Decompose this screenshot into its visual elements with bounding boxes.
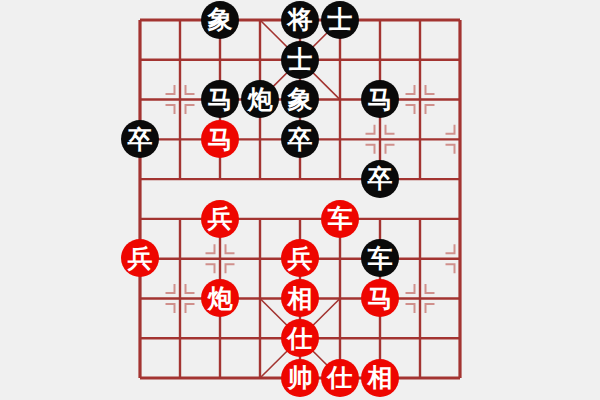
piece-red-advisor[interactable]: 仕 xyxy=(281,319,319,357)
piece-red-general[interactable]: 帅 xyxy=(281,359,319,397)
piece-black-elephant[interactable]: 象 xyxy=(201,1,239,39)
piece-black-horse[interactable]: 马 xyxy=(201,80,239,118)
piece-black-elephant[interactable]: 象 xyxy=(281,80,319,118)
piece-red-chariot[interactable]: 车 xyxy=(321,200,359,238)
piece-black-horse[interactable]: 马 xyxy=(361,80,399,118)
piece-red-advisor[interactable]: 仕 xyxy=(321,359,359,397)
piece-black-advisor[interactable]: 士 xyxy=(281,41,319,79)
piece-red-horse[interactable]: 马 xyxy=(361,279,399,317)
piece-layer: 象将士士马炮象马卒马卒卒兵车兵兵车炮相马仕帅仕相 xyxy=(120,0,480,398)
piece-red-cannon[interactable]: 炮 xyxy=(201,279,239,317)
piece-black-advisor[interactable]: 士 xyxy=(321,1,359,39)
piece-black-cannon[interactable]: 炮 xyxy=(241,80,279,118)
xiangqi-board: 象将士士马炮象马卒马卒卒兵车兵兵车炮相马仕帅仕相 xyxy=(0,0,600,400)
piece-black-soldier[interactable]: 卒 xyxy=(281,120,319,158)
piece-black-soldier[interactable]: 卒 xyxy=(361,160,399,198)
piece-red-soldier[interactable]: 兵 xyxy=(201,200,239,238)
piece-black-chariot[interactable]: 车 xyxy=(361,239,399,277)
piece-red-elephant[interactable]: 相 xyxy=(361,359,399,397)
piece-red-horse[interactable]: 马 xyxy=(201,120,239,158)
piece-red-soldier[interactable]: 兵 xyxy=(281,239,319,277)
piece-red-soldier[interactable]: 兵 xyxy=(121,239,159,277)
piece-black-general[interactable]: 将 xyxy=(281,1,319,39)
piece-black-soldier[interactable]: 卒 xyxy=(121,120,159,158)
piece-red-elephant[interactable]: 相 xyxy=(281,279,319,317)
